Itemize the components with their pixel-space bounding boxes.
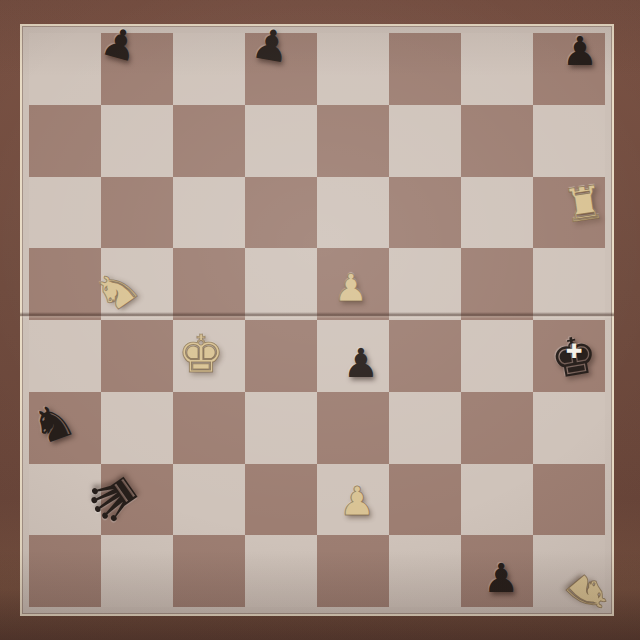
square-c2[interactable] xyxy=(173,464,245,536)
square-d2[interactable] xyxy=(245,464,317,536)
piece-black-pawn-b8[interactable]: ♟ xyxy=(102,24,138,64)
piece-black-pawn-g1[interactable]: ♟ xyxy=(483,558,519,598)
piece-white-king-c4[interactable]: ♚ xyxy=(178,328,225,380)
square-b1[interactable] xyxy=(101,535,173,607)
black-pawn-icon: ♟ xyxy=(343,343,379,383)
square-e7[interactable] xyxy=(317,105,389,177)
square-g2[interactable] xyxy=(461,464,533,536)
piece-black-pawn-d8[interactable]: ♟ xyxy=(252,25,290,67)
black-king-icon: ♚ xyxy=(547,327,602,386)
square-d7[interactable] xyxy=(245,105,317,177)
square-f5[interactable] xyxy=(389,248,461,320)
square-e8[interactable] xyxy=(317,33,389,105)
square-a4[interactable] xyxy=(29,320,101,392)
square-e6[interactable] xyxy=(317,177,389,249)
black-pawn-icon: ♟ xyxy=(98,20,143,68)
square-h2[interactable] xyxy=(533,464,605,536)
square-d6[interactable] xyxy=(245,177,317,249)
white-rook-icon: ♜ xyxy=(560,179,607,230)
square-h3[interactable] xyxy=(533,392,605,464)
square-g3[interactable] xyxy=(461,392,533,464)
square-c6[interactable] xyxy=(173,177,245,249)
square-e3[interactable] xyxy=(317,392,389,464)
white-pawn-icon: ♟ xyxy=(339,481,375,521)
piece-white-knight-b5[interactable]: ♞ xyxy=(94,266,137,314)
square-d1[interactable] xyxy=(245,535,317,607)
piece-black-pawn-e4[interactable]: ♟ xyxy=(343,343,379,383)
square-c8[interactable] xyxy=(173,33,245,105)
square-g5[interactable] xyxy=(461,248,533,320)
square-c7[interactable] xyxy=(173,105,245,177)
square-c3[interactable] xyxy=(173,392,245,464)
piece-black-king-h4[interactable]: ♚✚ xyxy=(551,331,598,383)
square-b3[interactable] xyxy=(101,392,173,464)
square-f1[interactable] xyxy=(389,535,461,607)
square-d5[interactable] xyxy=(245,248,317,320)
square-g7[interactable] xyxy=(461,105,533,177)
white-king-icon: ♚ xyxy=(178,328,225,380)
square-c1[interactable] xyxy=(173,535,245,607)
piece-white-pawn-e5[interactable]: ♟ xyxy=(334,269,368,307)
black-pawn-icon: ♟ xyxy=(249,22,293,70)
square-f8[interactable] xyxy=(389,33,461,105)
square-c5[interactable] xyxy=(173,248,245,320)
square-f6[interactable] xyxy=(389,177,461,249)
square-f7[interactable] xyxy=(389,105,461,177)
piece-white-rook-h6[interactable]: ♜ xyxy=(563,181,604,227)
square-a7[interactable] xyxy=(29,105,101,177)
black-pawn-icon: ♟ xyxy=(562,31,598,71)
square-h7[interactable] xyxy=(533,105,605,177)
black-knight-icon: ♞ xyxy=(25,393,82,453)
square-e1[interactable] xyxy=(317,535,389,607)
square-b6[interactable] xyxy=(101,177,173,249)
square-b7[interactable] xyxy=(101,105,173,177)
square-f2[interactable] xyxy=(389,464,461,536)
white-pawn-icon: ♟ xyxy=(334,269,368,307)
piece-black-queen-b2[interactable]: ♛ xyxy=(88,469,140,527)
square-a8[interactable] xyxy=(29,33,101,105)
chessboard-photo: ♟♟♟♜♞♟♚♟♚✚♞♛♟♟♞ xyxy=(0,0,640,640)
square-a1[interactable] xyxy=(29,535,101,607)
square-d3[interactable] xyxy=(245,392,317,464)
piece-white-knight-h1[interactable]: ♞ xyxy=(566,569,611,619)
square-b4[interactable] xyxy=(101,320,173,392)
square-h5[interactable] xyxy=(533,248,605,320)
piece-black-knight-a3[interactable]: ♞ xyxy=(32,399,75,447)
piece-black-pawn-h8[interactable]: ♟ xyxy=(562,31,598,71)
black-pawn-icon: ♟ xyxy=(483,558,519,598)
square-g8[interactable] xyxy=(461,33,533,105)
square-f4[interactable] xyxy=(389,320,461,392)
square-a6[interactable] xyxy=(29,177,101,249)
square-d4[interactable] xyxy=(245,320,317,392)
square-g4[interactable] xyxy=(461,320,533,392)
square-f3[interactable] xyxy=(389,392,461,464)
square-g6[interactable] xyxy=(461,177,533,249)
piece-white-pawn-e2[interactable]: ♟ xyxy=(339,481,375,521)
